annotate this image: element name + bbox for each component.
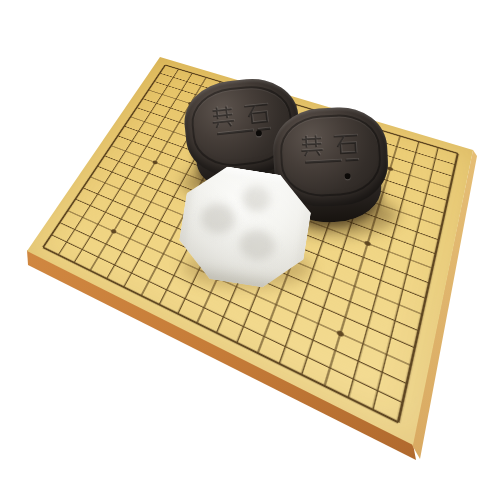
emboss-kanji-goishi xyxy=(297,128,363,172)
emboss-kanji-goishi xyxy=(208,98,276,144)
go-set-product-photo xyxy=(0,0,500,500)
